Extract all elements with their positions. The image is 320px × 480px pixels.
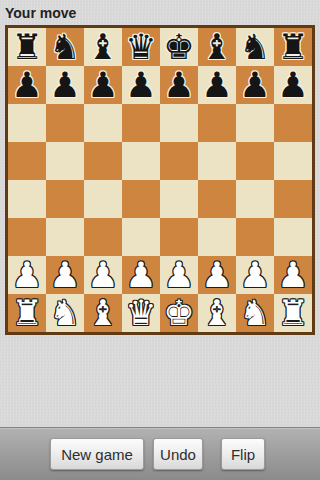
black-pawn-icon: ♟ <box>163 66 194 104</box>
square-h7[interactable]: ♟ <box>274 66 312 104</box>
square-f3[interactable] <box>198 218 236 256</box>
black-pawn-icon: ♟ <box>11 66 42 104</box>
square-a6[interactable] <box>8 104 46 142</box>
black-king-icon: ♚ <box>163 28 194 66</box>
square-c2[interactable]: ♟ <box>84 256 122 294</box>
black-rook-icon: ♜ <box>277 28 308 66</box>
square-h1[interactable]: ♜ <box>274 294 312 332</box>
square-e5[interactable] <box>160 142 198 180</box>
square-a8[interactable]: ♜ <box>8 28 46 66</box>
black-pawn-icon: ♟ <box>49 66 80 104</box>
white-pawn-icon: ♟ <box>163 256 194 294</box>
square-b5[interactable] <box>46 142 84 180</box>
square-g8[interactable]: ♞ <box>236 28 274 66</box>
square-b3[interactable] <box>46 218 84 256</box>
square-c3[interactable] <box>84 218 122 256</box>
black-bishop-icon: ♝ <box>201 28 232 66</box>
square-b4[interactable] <box>46 180 84 218</box>
black-pawn-icon: ♟ <box>87 66 118 104</box>
black-queen-icon: ♛ <box>125 28 156 66</box>
button-bar: New game Undo Flip <box>0 427 320 480</box>
square-g1[interactable]: ♞ <box>236 294 274 332</box>
square-g2[interactable]: ♟ <box>236 256 274 294</box>
square-e4[interactable] <box>160 180 198 218</box>
square-a3[interactable] <box>8 218 46 256</box>
square-f2[interactable]: ♟ <box>198 256 236 294</box>
square-e7[interactable]: ♟ <box>160 66 198 104</box>
black-knight-icon: ♞ <box>239 28 270 66</box>
new-game-button[interactable]: New game <box>50 438 144 470</box>
square-f5[interactable] <box>198 142 236 180</box>
square-c1[interactable]: ♝ <box>84 294 122 332</box>
status-bar: Your move <box>0 0 320 25</box>
square-a4[interactable] <box>8 180 46 218</box>
square-f1[interactable]: ♝ <box>198 294 236 332</box>
white-pawn-icon: ♟ <box>11 256 42 294</box>
white-pawn-icon: ♟ <box>87 256 118 294</box>
square-b8[interactable]: ♞ <box>46 28 84 66</box>
square-e3[interactable] <box>160 218 198 256</box>
white-pawn-icon: ♟ <box>277 256 308 294</box>
white-pawn-icon: ♟ <box>201 256 232 294</box>
white-queen-icon: ♛ <box>125 294 156 332</box>
square-a5[interactable] <box>8 142 46 180</box>
square-d6[interactable] <box>122 104 160 142</box>
square-g4[interactable] <box>236 180 274 218</box>
square-f4[interactable] <box>198 180 236 218</box>
square-b7[interactable]: ♟ <box>46 66 84 104</box>
square-d4[interactable] <box>122 180 160 218</box>
status-text: Your move <box>5 5 76 21</box>
square-f8[interactable]: ♝ <box>198 28 236 66</box>
white-bishop-icon: ♝ <box>87 294 118 332</box>
square-d3[interactable] <box>122 218 160 256</box>
square-h2[interactable]: ♟ <box>274 256 312 294</box>
white-rook-icon: ♜ <box>11 294 42 332</box>
square-d5[interactable] <box>122 142 160 180</box>
white-pawn-icon: ♟ <box>125 256 156 294</box>
square-c8[interactable]: ♝ <box>84 28 122 66</box>
square-e8[interactable]: ♚ <box>160 28 198 66</box>
square-a7[interactable]: ♟ <box>8 66 46 104</box>
square-f6[interactable] <box>198 104 236 142</box>
square-b2[interactable]: ♟ <box>46 256 84 294</box>
black-pawn-icon: ♟ <box>239 66 270 104</box>
square-c6[interactable] <box>84 104 122 142</box>
white-knight-icon: ♞ <box>49 294 80 332</box>
white-pawn-icon: ♟ <box>239 256 270 294</box>
square-b1[interactable]: ♞ <box>46 294 84 332</box>
black-pawn-icon: ♟ <box>277 66 308 104</box>
square-c7[interactable]: ♟ <box>84 66 122 104</box>
square-h8[interactable]: ♜ <box>274 28 312 66</box>
black-pawn-icon: ♟ <box>125 66 156 104</box>
square-c4[interactable] <box>84 180 122 218</box>
undo-button[interactable]: Undo <box>153 438 203 470</box>
square-h5[interactable] <box>274 142 312 180</box>
white-bishop-icon: ♝ <box>201 294 232 332</box>
black-knight-icon: ♞ <box>49 28 80 66</box>
black-pawn-icon: ♟ <box>201 66 232 104</box>
square-a1[interactable]: ♜ <box>8 294 46 332</box>
square-c5[interactable] <box>84 142 122 180</box>
square-g7[interactable]: ♟ <box>236 66 274 104</box>
square-g6[interactable] <box>236 104 274 142</box>
square-f7[interactable]: ♟ <box>198 66 236 104</box>
flip-button[interactable]: Flip <box>221 438 265 470</box>
black-bishop-icon: ♝ <box>87 28 118 66</box>
white-rook-icon: ♜ <box>277 294 308 332</box>
square-d7[interactable]: ♟ <box>122 66 160 104</box>
square-d1[interactable]: ♛ <box>122 294 160 332</box>
white-king-icon: ♚ <box>163 294 194 332</box>
square-a2[interactable]: ♟ <box>8 256 46 294</box>
black-rook-icon: ♜ <box>11 28 42 66</box>
square-g5[interactable] <box>236 142 274 180</box>
square-d8[interactable]: ♛ <box>122 28 160 66</box>
square-b6[interactable] <box>46 104 84 142</box>
background-area <box>0 335 320 427</box>
square-h4[interactable] <box>274 180 312 218</box>
square-g3[interactable] <box>236 218 274 256</box>
square-e1[interactable]: ♚ <box>160 294 198 332</box>
square-h3[interactable] <box>274 218 312 256</box>
square-e2[interactable]: ♟ <box>160 256 198 294</box>
app-screen: Your move ♜♞♝♛♚♝♞♜♟♟♟♟♟♟♟♟♟♟♟♟♟♟♟♟♜♞♝♛♚♝… <box>0 0 320 480</box>
square-h6[interactable] <box>274 104 312 142</box>
white-pawn-icon: ♟ <box>49 256 80 294</box>
white-knight-icon: ♞ <box>239 294 270 332</box>
square-d2[interactable]: ♟ <box>122 256 160 294</box>
chess-board: ♜♞♝♛♚♝♞♜♟♟♟♟♟♟♟♟♟♟♟♟♟♟♟♟♜♞♝♛♚♝♞♜ <box>5 25 315 335</box>
square-e6[interactable] <box>160 104 198 142</box>
